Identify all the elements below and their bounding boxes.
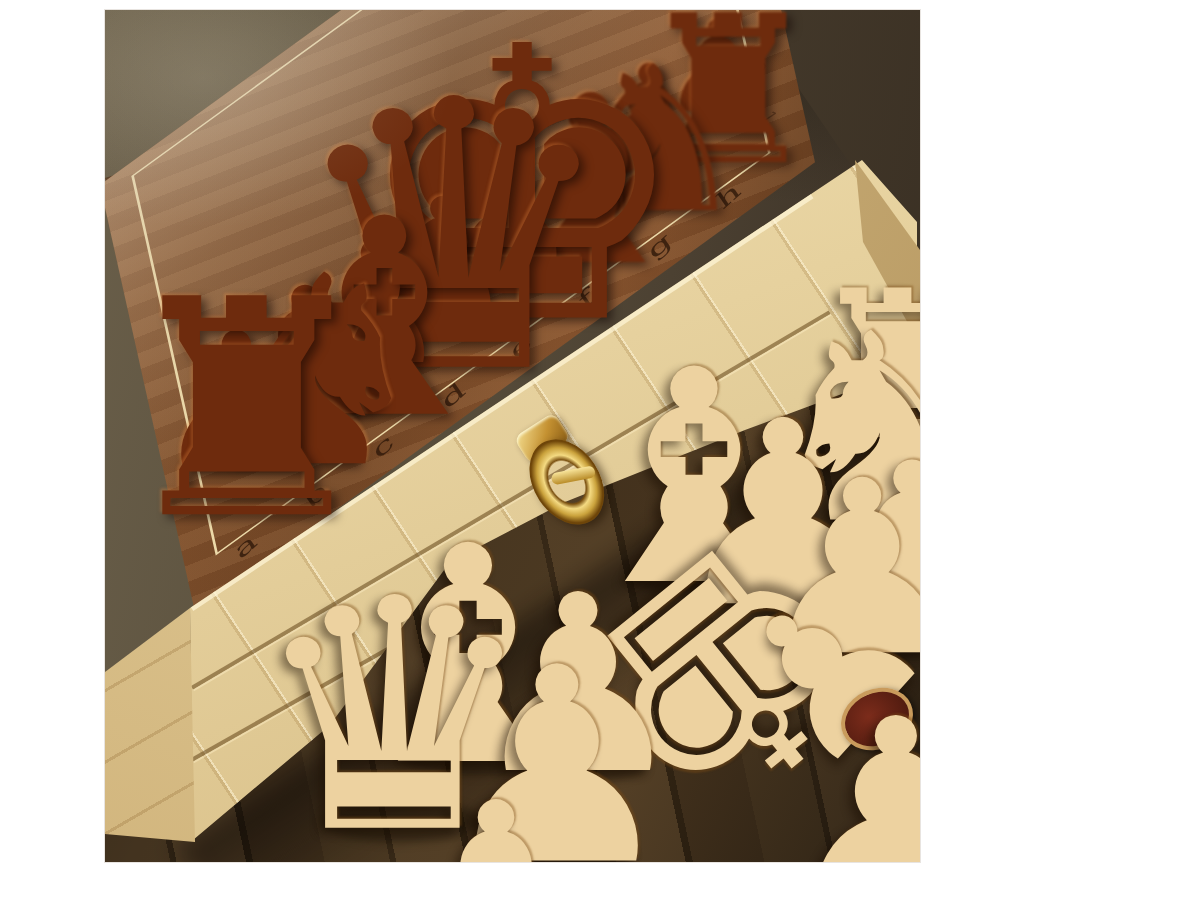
piece-light-pawn-13: ♟ [777,684,920,862]
chess-set-photo: abcdefgh12 ♟♜♟♞♟♝♟♚♟♛♟♝♟♜♞♟♜♞♝♟♚♟♟♟♝♟♛♟♟… [105,10,920,862]
pieces-layer: ♟♜♟♞♟♝♟♚♟♛♟♝♟♜♞♟♜♞♝♟♚♟♟♟♝♟♛♟♟♟ [105,10,920,862]
piece-light-pawn-14: ♟ [393,773,599,862]
